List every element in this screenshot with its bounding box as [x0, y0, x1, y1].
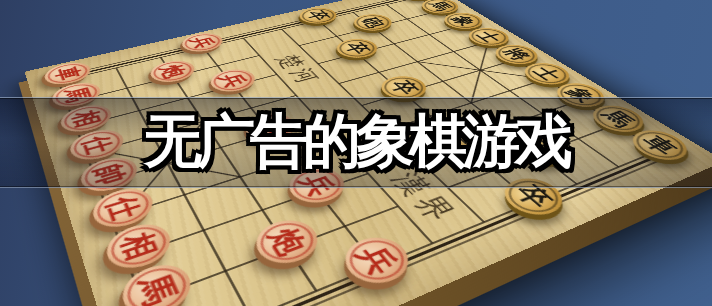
piece-character: 士 — [473, 30, 506, 44]
promo-title-text: 无广告的象棋游戏 — [0, 97, 712, 186]
piece-character: 卒 — [341, 41, 373, 56]
piece-character: 馬 — [425, 0, 454, 12]
piece-character: 砲 — [358, 16, 388, 29]
piece-character: 將 — [499, 47, 533, 62]
piece-character: 車 — [52, 65, 83, 82]
piece-character: 卒 — [386, 78, 422, 96]
piece-character: 象 — [448, 14, 479, 27]
piece-character: 卒 — [304, 9, 333, 22]
piece-character: 兵 — [216, 72, 249, 90]
piece-character: 仕 — [102, 193, 144, 223]
piece-character: 馬 — [133, 270, 182, 306]
piece-character: 炮 — [157, 63, 189, 80]
piece-character: 兵 — [352, 242, 402, 278]
promo-screenshot: 楚河 漢界 車馬卒象砲士兵卒將炮車士兵卒馬象相馬兵卒仕車砲帥兵卒仕炮相兵馬車 无… — [0, 0, 712, 306]
piece-character: 相 — [117, 229, 162, 263]
piece-character: 兵 — [188, 35, 218, 49]
piece-character: 士 — [529, 65, 565, 82]
piece-character: 炮 — [264, 225, 311, 259]
